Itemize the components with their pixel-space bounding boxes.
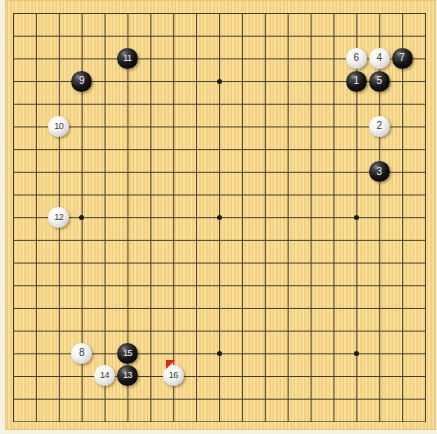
star-point (208, 70, 231, 93)
black-stone-1: 1 (346, 71, 367, 92)
star-point (208, 206, 231, 229)
intersection-R17: 4 (368, 47, 391, 70)
star-point-dot (354, 215, 359, 220)
black-stone-15: 15 (117, 343, 138, 364)
star-point-dot (79, 215, 84, 220)
black-stone-13: 13 (117, 365, 138, 386)
go-board-window: 12345678910111213141516 (0, 0, 437, 434)
intersection-C14: 10 (47, 115, 70, 138)
intersection-D16: 9 (70, 70, 93, 93)
white-stone-6: 6 (346, 48, 367, 69)
star-point (345, 342, 368, 365)
move-number: 6 (354, 53, 360, 63)
intersection-F3: 13 (116, 365, 139, 388)
black-stone-7: 7 (392, 48, 413, 69)
white-stone-12: 12 (48, 207, 69, 228)
move-number: 9 (79, 76, 85, 86)
white-stone-8: 8 (71, 343, 92, 364)
move-number: 14 (100, 371, 109, 380)
intersection-F17: 11 (116, 47, 139, 70)
intersection-C10: 12 (47, 206, 70, 229)
move-number: 15 (123, 349, 132, 358)
intersection-H3: 16 (162, 365, 185, 388)
intersection-D4: 8 (70, 342, 93, 365)
move-number: 2 (376, 121, 382, 131)
move-number: 11 (123, 54, 131, 63)
move-number: 8 (79, 348, 85, 358)
star-point-dot (217, 79, 222, 84)
intersection-Q16: 1 (345, 70, 368, 93)
star-point (345, 206, 368, 229)
star-point-dot (354, 351, 359, 356)
move-number: 7 (399, 53, 405, 63)
intersection-E3: 14 (93, 365, 116, 388)
intersection-Q17: 6 (345, 47, 368, 70)
white-stone-16: 16 (163, 365, 184, 386)
black-stone-11: 11 (117, 48, 138, 69)
intersection-S17: 7 (391, 47, 414, 70)
star-point (70, 206, 93, 229)
board-cells: 12345678910111213141516 (2, 2, 437, 433)
intersection-R16: 5 (368, 70, 391, 93)
move-number: 10 (54, 122, 63, 131)
intersection-R12: 3 (368, 160, 391, 183)
star-point-dot (217, 351, 222, 356)
black-stone-3: 3 (369, 161, 390, 182)
move-number: 13 (123, 371, 132, 380)
star-point-dot (217, 215, 222, 220)
move-number: 4 (376, 53, 382, 63)
move-number: 5 (376, 76, 382, 86)
white-stone-2: 2 (369, 116, 390, 137)
white-stone-14: 14 (94, 365, 115, 386)
intersection-F4: 15 (116, 342, 139, 365)
white-stone-10: 10 (48, 116, 69, 137)
black-stone-9: 9 (71, 71, 92, 92)
black-stone-5: 5 (369, 71, 390, 92)
move-number: 16 (169, 371, 178, 380)
star-point (208, 342, 231, 365)
move-number: 1 (354, 76, 360, 86)
white-stone-4: 4 (369, 48, 390, 69)
move-number: 12 (54, 213, 63, 222)
intersection-R14: 2 (368, 115, 391, 138)
move-number: 3 (376, 167, 382, 177)
last-move-marker-icon (166, 360, 175, 369)
